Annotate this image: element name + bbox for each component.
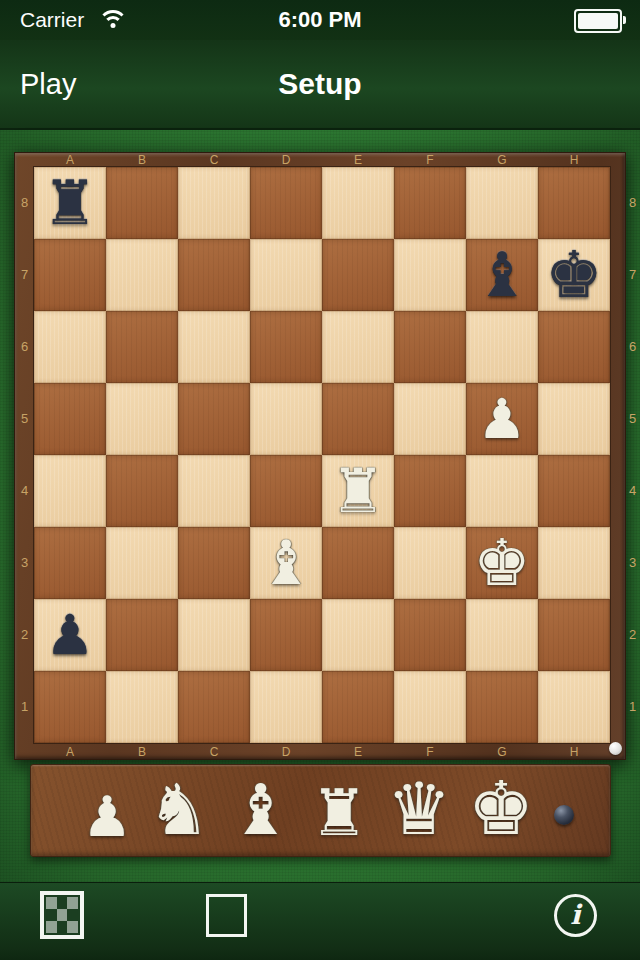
square-e8[interactable]	[322, 167, 394, 239]
square-g8[interactable]	[466, 167, 538, 239]
rank-label-3-left: 3	[15, 527, 34, 599]
rank-label-2-left: 2	[15, 599, 34, 671]
file-label-h-top: H	[538, 153, 610, 167]
square-c6[interactable]	[178, 311, 250, 383]
square-d3[interactable]: ♝	[250, 527, 322, 599]
square-c2[interactable]	[178, 599, 250, 671]
black-king-h7[interactable]: ♚	[545, 239, 602, 311]
square-c4[interactable]	[178, 455, 250, 527]
rank-label-7-left: 7	[15, 239, 34, 311]
square-f7[interactable]	[394, 239, 466, 311]
tray-white-king[interactable]: ♚	[468, 771, 534, 845]
file-label-a-bottom: A	[34, 743, 106, 761]
square-f1[interactable]	[394, 671, 466, 743]
square-h3[interactable]	[538, 527, 610, 599]
square-c8[interactable]	[178, 167, 250, 239]
square-f4[interactable]	[394, 455, 466, 527]
file-label-h-bottom: H	[538, 743, 610, 761]
square-g1[interactable]	[466, 671, 538, 743]
square-c3[interactable]	[178, 527, 250, 599]
battery-icon	[574, 9, 622, 33]
file-label-f-bottom: F	[394, 743, 466, 761]
file-label-a-top: A	[34, 153, 106, 167]
square-a2[interactable]: ♟	[34, 599, 106, 671]
square-d7[interactable]	[250, 239, 322, 311]
square-h6[interactable]	[538, 311, 610, 383]
file-label-g-bottom: G	[466, 743, 538, 761]
rank-label-7-right: 7	[624, 239, 640, 311]
square-e5[interactable]	[322, 383, 394, 455]
checkerboard-icon[interactable]	[40, 891, 84, 939]
square-f6[interactable]	[394, 311, 466, 383]
board-grid[interactable]: ♜♝♚♟♜♝♚♟	[34, 167, 610, 743]
black-bishop-g7[interactable]: ♝	[475, 239, 530, 311]
square-d8[interactable]	[250, 167, 322, 239]
square-d2[interactable]	[250, 599, 322, 671]
chess-board[interactable]: ♜♝♚♟♜♝♚♟ AABBCCDDEEFFGGHH887766554433221…	[14, 152, 626, 760]
rank-label-1-right: 1	[624, 671, 640, 743]
empty-square-icon[interactable]	[206, 894, 247, 937]
corner-dot	[609, 742, 622, 755]
square-g6[interactable]	[466, 311, 538, 383]
square-c1[interactable]	[178, 671, 250, 743]
white-pawn-g5[interactable]: ♟	[477, 383, 526, 455]
info-glyph: i	[570, 901, 580, 928]
square-f3[interactable]	[394, 527, 466, 599]
square-h2[interactable]	[538, 599, 610, 671]
white-rook-e4[interactable]: ♜	[331, 455, 386, 527]
status-bar: Carrier 6:00 PM	[0, 0, 640, 40]
piece-tray: ♟♞♝♜♛♚	[30, 764, 611, 857]
toolbar: i	[0, 882, 640, 960]
square-b4[interactable]	[106, 455, 178, 527]
square-h4[interactable]	[538, 455, 610, 527]
file-label-c-top: C	[178, 153, 250, 167]
file-label-e-bottom: E	[322, 743, 394, 761]
square-g4[interactable]	[466, 455, 538, 527]
square-a4[interactable]	[34, 455, 106, 527]
page-title: Setup	[0, 40, 640, 128]
square-b7[interactable]	[106, 239, 178, 311]
tray-white-queen[interactable]: ♛	[387, 773, 452, 845]
square-b1[interactable]	[106, 671, 178, 743]
square-g2[interactable]	[466, 599, 538, 671]
black-rook-a8[interactable]: ♜	[43, 167, 98, 239]
square-b6[interactable]	[106, 311, 178, 383]
rank-label-5-left: 5	[15, 383, 34, 455]
square-a6[interactable]	[34, 311, 106, 383]
white-bishop-d3[interactable]: ♝	[259, 527, 314, 599]
square-f5[interactable]	[394, 383, 466, 455]
tray-white-knight[interactable]: ♞	[148, 775, 211, 845]
white-king-g3[interactable]: ♚	[473, 527, 530, 599]
info-icon[interactable]: i	[554, 894, 597, 937]
tray-white-bishop[interactable]: ♝	[230, 775, 293, 845]
square-f2[interactable]	[394, 599, 466, 671]
square-e7[interactable]	[322, 239, 394, 311]
square-a7[interactable]	[34, 239, 106, 311]
rank-label-4-left: 4	[15, 455, 34, 527]
square-h1[interactable]	[538, 671, 610, 743]
tray-white-rook[interactable]: ♜	[310, 781, 367, 845]
square-c5[interactable]	[178, 383, 250, 455]
rank-label-5-right: 5	[624, 383, 640, 455]
square-b5[interactable]	[106, 383, 178, 455]
square-e1[interactable]	[322, 671, 394, 743]
square-e4[interactable]: ♜	[322, 455, 394, 527]
square-d6[interactable]	[250, 311, 322, 383]
clock: 6:00 PM	[0, 7, 640, 33]
file-label-g-top: G	[466, 153, 538, 167]
square-b3[interactable]	[106, 527, 178, 599]
square-e6[interactable]	[322, 311, 394, 383]
square-g7[interactable]: ♝	[466, 239, 538, 311]
black-pawn-a2[interactable]: ♟	[45, 599, 94, 671]
rank-label-8-left: 8	[15, 167, 34, 239]
square-b8[interactable]	[106, 167, 178, 239]
square-h5[interactable]	[538, 383, 610, 455]
square-g3[interactable]: ♚	[466, 527, 538, 599]
file-label-e-top: E	[322, 153, 394, 167]
square-e2[interactable]	[322, 599, 394, 671]
file-label-d-bottom: D	[250, 743, 322, 761]
square-a1[interactable]	[34, 671, 106, 743]
rank-label-8-right: 8	[624, 167, 640, 239]
app-screen: Carrier 6:00 PM Play Setup ♜♝♚♟♜♝♚♟ AABB…	[0, 0, 640, 960]
rank-label-2-right: 2	[624, 599, 640, 671]
square-a3[interactable]	[34, 527, 106, 599]
rank-label-3-right: 3	[624, 527, 640, 599]
file-label-b-top: B	[106, 153, 178, 167]
square-f8[interactable]	[394, 167, 466, 239]
file-label-c-bottom: C	[178, 743, 250, 761]
rank-label-1-left: 1	[15, 671, 34, 743]
square-e3[interactable]	[322, 527, 394, 599]
rank-label-6-left: 6	[15, 311, 34, 383]
tray-white-pawn[interactable]: ♟	[82, 789, 132, 845]
square-h8[interactable]	[538, 167, 610, 239]
nav-bar: Play Setup	[0, 40, 640, 128]
square-a5[interactable]	[34, 383, 106, 455]
square-g5[interactable]: ♟	[466, 383, 538, 455]
tray-black-sphere[interactable]	[554, 805, 574, 825]
square-b2[interactable]	[106, 599, 178, 671]
file-label-f-top: F	[394, 153, 466, 167]
file-label-d-top: D	[250, 153, 322, 167]
square-d4[interactable]	[250, 455, 322, 527]
file-label-b-bottom: B	[106, 743, 178, 761]
square-d5[interactable]	[250, 383, 322, 455]
rank-label-4-right: 4	[624, 455, 640, 527]
rank-label-6-right: 6	[624, 311, 640, 383]
square-d1[interactable]	[250, 671, 322, 743]
square-c7[interactable]	[178, 239, 250, 311]
felt-background: ♜♝♚♟♜♝♚♟ AABBCCDDEEFFGGHH887766554433221…	[0, 128, 640, 882]
square-a8[interactable]: ♜	[34, 167, 106, 239]
square-h7[interactable]: ♚	[538, 239, 610, 311]
